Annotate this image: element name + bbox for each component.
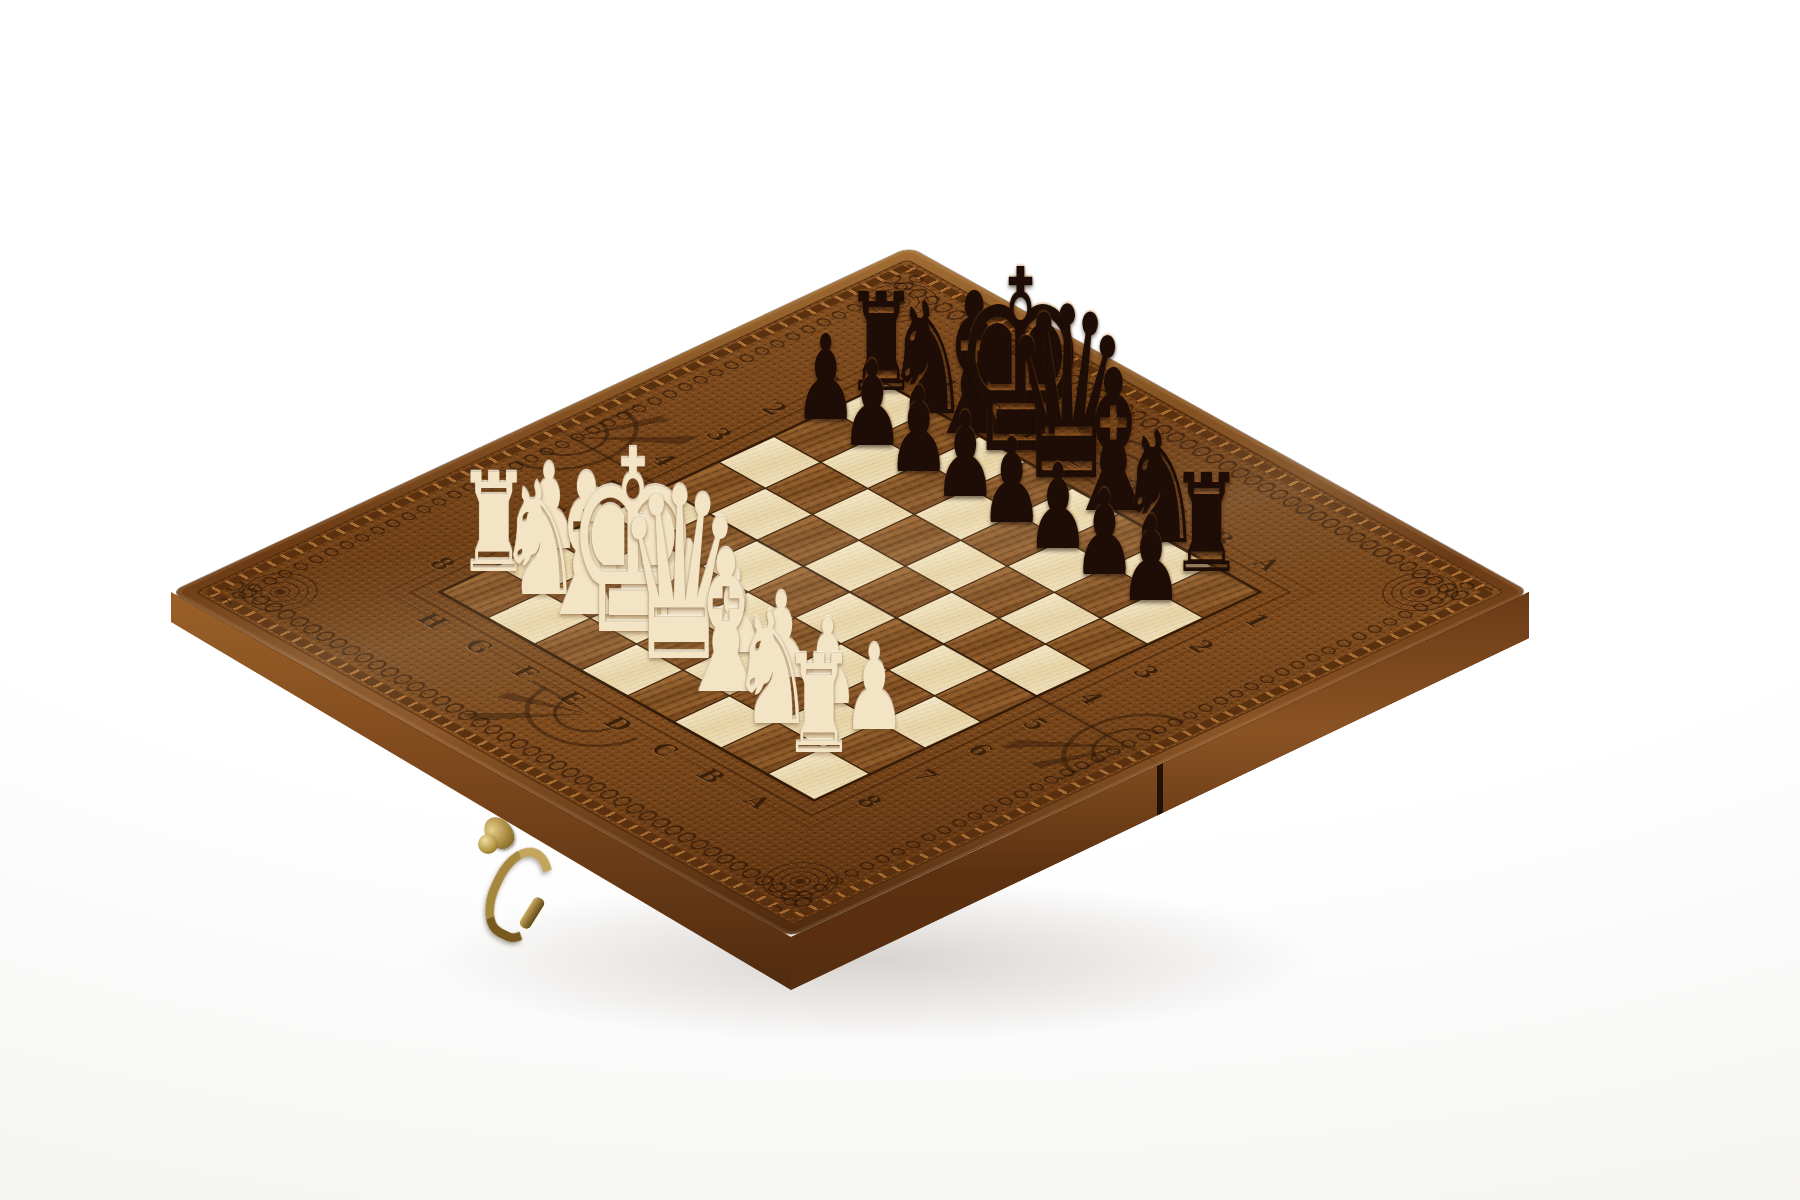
chess-board: HGFEDCBA HGFEDCBA 12345678 12345678 ♜♞♝♚…	[171, 247, 1529, 937]
brass-clasp	[438, 768, 568, 938]
dark-pawn-glyph: ♟	[1119, 500, 1182, 618]
photo-backdrop: HGFEDCBA HGFEDCBA 12345678 12345678 ♜♞♝♚…	[0, 0, 1800, 1200]
clasp-knob	[478, 834, 498, 854]
clasp-hook	[472, 838, 568, 951]
light-rook-glyph: ♜	[782, 637, 855, 773]
